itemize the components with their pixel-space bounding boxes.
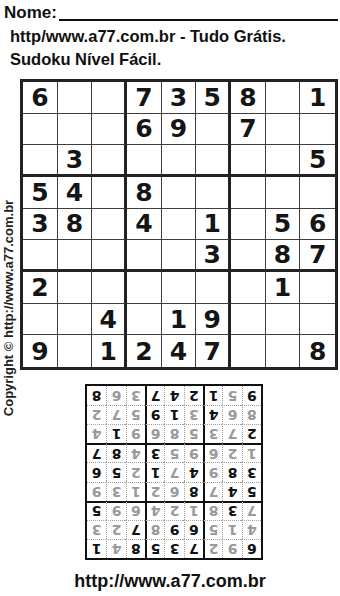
cell-r2c7: 7 bbox=[231, 114, 266, 146]
cell-r9c3: 1 bbox=[92, 335, 127, 367]
cell-r6c5[interactable] bbox=[162, 240, 197, 272]
cell-r4c5[interactable] bbox=[162, 177, 197, 209]
solution-cell-r1c3: 2 bbox=[203, 539, 222, 558]
cell-r6c1[interactable] bbox=[23, 240, 58, 272]
footer-url: http://www.a77.com.br bbox=[0, 571, 340, 592]
cell-r9c1: 9 bbox=[23, 335, 58, 367]
solution-cell-r6c9: 7 bbox=[87, 443, 106, 462]
cell-r6c2[interactable] bbox=[58, 240, 93, 272]
solution-cell-r3c6: 4 bbox=[145, 501, 164, 520]
cell-r1c5: 3 bbox=[162, 82, 197, 114]
solution-cell-r9c9: 8 bbox=[87, 386, 106, 405]
cell-r7c7[interactable] bbox=[231, 272, 266, 304]
solution-cell-r5c7: 2 bbox=[126, 462, 145, 481]
cell-r1c6: 5 bbox=[196, 82, 231, 114]
cell-r7c8: 1 bbox=[266, 272, 301, 304]
cell-r8c2[interactable] bbox=[58, 304, 93, 336]
solution-cell-r2c4: 6 bbox=[184, 520, 203, 539]
cell-r1c3[interactable] bbox=[92, 82, 127, 114]
cell-r8c9[interactable] bbox=[300, 304, 335, 336]
solution-cell-r6c4: 9 bbox=[184, 443, 203, 462]
cell-r1c1: 6 bbox=[23, 82, 58, 114]
cell-r2c4: 6 bbox=[127, 114, 162, 146]
solution-cell-r9c8: 6 bbox=[106, 386, 125, 405]
cell-r3c3[interactable] bbox=[92, 145, 127, 177]
solution-cell-r1c1: 6 bbox=[242, 539, 261, 558]
solution-cell-r3c8: 9 bbox=[106, 501, 125, 520]
cell-r8c5: 1 bbox=[162, 304, 197, 336]
name-underline bbox=[59, 5, 338, 21]
cell-r3c6[interactable] bbox=[196, 145, 231, 177]
cell-r5c5[interactable] bbox=[162, 209, 197, 241]
cell-r7c9[interactable] bbox=[300, 272, 335, 304]
cell-r2c8[interactable] bbox=[266, 114, 301, 146]
solution-cell-r2c2: 1 bbox=[222, 520, 241, 539]
solution-cell-r6c7: 4 bbox=[126, 443, 145, 462]
cell-r3c8[interactable] bbox=[266, 145, 301, 177]
cell-r5c8: 5 bbox=[266, 209, 301, 241]
solution-cell-r3c1: 7 bbox=[242, 501, 261, 520]
cell-r2c3[interactable] bbox=[92, 114, 127, 146]
solution-cell-r8c9: 2 bbox=[87, 405, 106, 424]
solution-cell-r1c9: 1 bbox=[87, 539, 106, 558]
solution-cell-r8c6: 9 bbox=[145, 405, 164, 424]
solution-cell-r4c9: 9 bbox=[87, 482, 106, 501]
cell-r8c6: 9 bbox=[196, 304, 231, 336]
solution-cell-r1c2: 9 bbox=[222, 539, 241, 558]
solution-cell-r1c8: 4 bbox=[106, 539, 125, 558]
cell-r6c4[interactable] bbox=[127, 240, 162, 272]
solution-cell-r2c5: 9 bbox=[164, 520, 183, 539]
solution-cell-r4c8: 3 bbox=[106, 482, 125, 501]
cell-r4c2: 4 bbox=[58, 177, 93, 209]
solution-cell-r4c2: 4 bbox=[222, 482, 241, 501]
solution-cell-r4c4: 8 bbox=[184, 482, 203, 501]
solution-cell-r3c3: 8 bbox=[203, 501, 222, 520]
solution-cell-r3c9: 5 bbox=[87, 501, 106, 520]
solution-cell-r2c8: 2 bbox=[106, 520, 125, 539]
cell-r3c2: 3 bbox=[58, 145, 93, 177]
cell-r3c1[interactable] bbox=[23, 145, 58, 177]
solution-cell-r7c5: 8 bbox=[164, 424, 183, 443]
solution-cell-r9c4: 2 bbox=[184, 386, 203, 405]
solution-cell-r2c9: 3 bbox=[87, 520, 106, 539]
cell-r1c9: 1 bbox=[300, 82, 335, 114]
solution-cell-r6c3: 6 bbox=[203, 443, 222, 462]
solution-cell-r5c4: 4 bbox=[184, 462, 203, 481]
cell-r8c7[interactable] bbox=[231, 304, 266, 336]
solution-cell-r4c3: 7 bbox=[203, 482, 222, 501]
solution-cell-r2c3: 5 bbox=[203, 520, 222, 539]
cell-r7c3[interactable] bbox=[92, 272, 127, 304]
cell-r7c5[interactable] bbox=[162, 272, 197, 304]
solution-cell-r2c7: 7 bbox=[126, 520, 145, 539]
cell-r8c3: 4 bbox=[92, 304, 127, 336]
solution-grid: 6927358414156987237381246955478621393894… bbox=[85, 384, 263, 560]
solution-cell-r1c5: 3 bbox=[164, 539, 183, 558]
solution-cell-r9c6: 7 bbox=[145, 386, 164, 405]
solution-cell-r4c6: 2 bbox=[145, 482, 164, 501]
solution-cell-r3c4: 1 bbox=[184, 501, 203, 520]
solution-cell-r9c1: 9 bbox=[242, 386, 261, 405]
solution-cell-r6c6: 3 bbox=[145, 443, 164, 462]
cell-r1c4: 7 bbox=[127, 82, 162, 114]
cell-r2c5: 9 bbox=[162, 114, 197, 146]
name-row: Nome: bbox=[4, 4, 338, 23]
cell-r2c6[interactable] bbox=[196, 114, 231, 146]
solution-cell-r9c3: 1 bbox=[203, 386, 222, 405]
cell-r8c8[interactable] bbox=[266, 304, 301, 336]
cell-r4c8[interactable] bbox=[266, 177, 301, 209]
solution-cell-r8c5: 1 bbox=[164, 405, 183, 424]
solution-cell-r9c5: 4 bbox=[164, 386, 183, 405]
solution-cell-r6c8: 8 bbox=[106, 443, 125, 462]
solution-cell-r5c2: 8 bbox=[222, 462, 241, 481]
solution-cell-r5c8: 5 bbox=[106, 462, 125, 481]
cell-r3c7[interactable] bbox=[231, 145, 266, 177]
solution-cell-r4c5: 6 bbox=[164, 482, 183, 501]
cell-r9c6: 7 bbox=[196, 335, 231, 367]
cell-r3c9: 5 bbox=[300, 145, 335, 177]
solution-cell-r7c1: 2 bbox=[242, 424, 261, 443]
solution-cell-r7c4: 5 bbox=[184, 424, 203, 443]
solution-cell-r3c5: 2 bbox=[164, 501, 183, 520]
solution-cell-r6c1: 1 bbox=[242, 443, 261, 462]
cell-r6c6: 3 bbox=[196, 240, 231, 272]
solution-cell-r8c1: 8 bbox=[242, 405, 261, 424]
cell-r9c7[interactable] bbox=[231, 335, 266, 367]
page-title: Sudoku Nível Fácil. bbox=[10, 50, 161, 69]
solution-cell-r5c6: 1 bbox=[145, 462, 164, 481]
cell-r1c7: 8 bbox=[231, 82, 266, 114]
puzzle-grid: 6735816973554838415638721419912478 bbox=[20, 79, 338, 370]
solution-cell-r1c6: 5 bbox=[145, 539, 164, 558]
solution-cell-r2c6: 8 bbox=[145, 520, 164, 539]
cell-r6c9: 7 bbox=[300, 240, 335, 272]
cell-r2c2[interactable] bbox=[58, 114, 93, 146]
cell-r4c4: 8 bbox=[127, 177, 162, 209]
solution-cell-r8c8: 7 bbox=[106, 405, 125, 424]
cell-r8c1[interactable] bbox=[23, 304, 58, 336]
cell-r8c4[interactable] bbox=[127, 304, 162, 336]
cell-r7c2[interactable] bbox=[58, 272, 93, 304]
cell-r7c4[interactable] bbox=[127, 272, 162, 304]
cell-r3c5[interactable] bbox=[162, 145, 197, 177]
cell-r1c2[interactable] bbox=[58, 82, 93, 114]
solution-cell-r4c7: 1 bbox=[126, 482, 145, 501]
solution-cell-r7c6: 6 bbox=[145, 424, 164, 443]
cell-r6c8: 8 bbox=[266, 240, 301, 272]
solution-cell-r1c4: 7 bbox=[184, 539, 203, 558]
solution-cell-r7c7: 9 bbox=[126, 424, 145, 443]
solution-cell-r6c5: 5 bbox=[164, 443, 183, 462]
solution-cell-r3c7: 6 bbox=[126, 501, 145, 520]
solution-cell-r8c2: 6 bbox=[222, 405, 241, 424]
cell-r3c4[interactable] bbox=[127, 145, 162, 177]
solution-cell-r7c9: 4 bbox=[87, 424, 106, 443]
solution-cell-r8c7: 5 bbox=[126, 405, 145, 424]
cell-r5c2: 8 bbox=[58, 209, 93, 241]
cell-r5c6: 1 bbox=[196, 209, 231, 241]
solution-cell-r1c7: 8 bbox=[126, 539, 145, 558]
cell-r9c2[interactable] bbox=[58, 335, 93, 367]
cell-r9c4: 2 bbox=[127, 335, 162, 367]
solution-cell-r7c8: 1 bbox=[106, 424, 125, 443]
cell-r4c1: 5 bbox=[23, 177, 58, 209]
copyright-vertical-text: Copyright © http://www.a77.com.br bbox=[1, 148, 17, 468]
solution-cell-r6c2: 2 bbox=[222, 443, 241, 462]
cell-r9c9: 8 bbox=[300, 335, 335, 367]
solution-cell-r7c3: 3 bbox=[203, 424, 222, 443]
solution-cell-r2c1: 4 bbox=[242, 520, 261, 539]
solution-cell-r8c3: 4 bbox=[203, 405, 222, 424]
cell-r6c3[interactable] bbox=[92, 240, 127, 272]
solution-cell-r5c1: 3 bbox=[242, 462, 261, 481]
solution-cell-r7c2: 7 bbox=[222, 424, 241, 443]
cell-r5c9: 6 bbox=[300, 209, 335, 241]
solution-cell-r3c2: 3 bbox=[222, 501, 241, 520]
cell-r1c8[interactable] bbox=[266, 82, 301, 114]
cell-r5c4: 4 bbox=[127, 209, 162, 241]
solution-cell-r8c4: 3 bbox=[184, 405, 203, 424]
name-label: Nome: bbox=[4, 4, 57, 23]
cell-r4c6[interactable] bbox=[196, 177, 231, 209]
cell-r9c8[interactable] bbox=[266, 335, 301, 367]
cell-r4c7[interactable] bbox=[231, 177, 266, 209]
cell-r4c9[interactable] bbox=[300, 177, 335, 209]
solution-cell-r5c3: 9 bbox=[203, 462, 222, 481]
solution-cell-r5c9: 6 bbox=[87, 462, 106, 481]
solution-cell-r5c5: 7 bbox=[164, 462, 183, 481]
solution-cell-r9c7: 3 bbox=[126, 386, 145, 405]
solution-cell-r9c2: 5 bbox=[222, 386, 241, 405]
cell-r2c9[interactable] bbox=[300, 114, 335, 146]
cell-r6c7[interactable] bbox=[231, 240, 266, 272]
cell-r7c1: 2 bbox=[23, 272, 58, 304]
cell-r5c7[interactable] bbox=[231, 209, 266, 241]
cell-r5c3[interactable] bbox=[92, 209, 127, 241]
cell-r2c1[interactable] bbox=[23, 114, 58, 146]
cell-r9c5: 4 bbox=[162, 335, 197, 367]
cell-r7c6[interactable] bbox=[196, 272, 231, 304]
site-tagline: http/www.a77.com.br - Tudo Grátis. bbox=[10, 27, 286, 46]
cell-r4c3[interactable] bbox=[92, 177, 127, 209]
cell-r5c1: 3 bbox=[23, 209, 58, 241]
solution-cell-r4c1: 5 bbox=[242, 482, 261, 501]
